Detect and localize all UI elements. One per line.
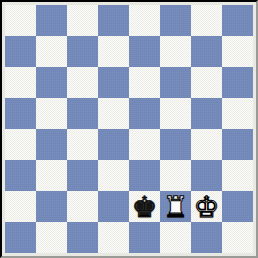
square-e8[interactable]: [129, 5, 160, 36]
square-e1[interactable]: [129, 222, 160, 253]
square-c1[interactable]: [67, 222, 98, 253]
square-d8[interactable]: [98, 5, 129, 36]
square-g7[interactable]: [191, 36, 222, 67]
square-d2[interactable]: [98, 191, 129, 222]
piece-white-king: ♚: [191, 192, 222, 223]
square-c4[interactable]: [67, 129, 98, 160]
square-a3[interactable]: [5, 160, 36, 191]
square-h4[interactable]: [222, 129, 253, 160]
square-g8[interactable]: [191, 5, 222, 36]
square-a1[interactable]: [5, 222, 36, 253]
square-c8[interactable]: [67, 5, 98, 36]
square-e7[interactable]: [129, 36, 160, 67]
square-a8[interactable]: [5, 5, 36, 36]
square-b2[interactable]: [36, 191, 67, 222]
square-d5[interactable]: [98, 98, 129, 129]
square-a7[interactable]: [5, 36, 36, 67]
square-g3[interactable]: [191, 160, 222, 191]
square-h3[interactable]: [222, 160, 253, 191]
square-d6[interactable]: [98, 67, 129, 98]
square-g4[interactable]: [191, 129, 222, 160]
piece-white-rook: ♜: [160, 192, 191, 223]
square-g2[interactable]: ♚: [191, 191, 222, 222]
square-h8[interactable]: [222, 5, 253, 36]
square-h1[interactable]: [222, 222, 253, 253]
square-e2[interactable]: ♚: [129, 191, 160, 222]
square-e3[interactable]: [129, 160, 160, 191]
square-c7[interactable]: [67, 36, 98, 67]
square-f1[interactable]: [160, 222, 191, 253]
square-b7[interactable]: [36, 36, 67, 67]
square-f4[interactable]: [160, 129, 191, 160]
square-h6[interactable]: [222, 67, 253, 98]
square-e6[interactable]: [129, 67, 160, 98]
square-f6[interactable]: [160, 67, 191, 98]
square-b8[interactable]: [36, 5, 67, 36]
square-f5[interactable]: [160, 98, 191, 129]
square-f7[interactable]: [160, 36, 191, 67]
square-e5[interactable]: [129, 98, 160, 129]
square-a6[interactable]: [5, 67, 36, 98]
square-b1[interactable]: [36, 222, 67, 253]
square-b3[interactable]: [36, 160, 67, 191]
square-d7[interactable]: [98, 36, 129, 67]
square-a2[interactable]: [5, 191, 36, 222]
square-c2[interactable]: [67, 191, 98, 222]
square-a5[interactable]: [5, 98, 36, 129]
square-c3[interactable]: [67, 160, 98, 191]
square-d3[interactable]: [98, 160, 129, 191]
square-c6[interactable]: [67, 67, 98, 98]
square-h2[interactable]: [222, 191, 253, 222]
square-f2[interactable]: ♜: [160, 191, 191, 222]
square-f3[interactable]: [160, 160, 191, 191]
square-b4[interactable]: [36, 129, 67, 160]
chess-board: ♚♜♚: [5, 5, 253, 253]
square-a4[interactable]: [5, 129, 36, 160]
square-h7[interactable]: [222, 36, 253, 67]
square-e4[interactable]: [129, 129, 160, 160]
piece-black-king: ♚: [129, 192, 160, 223]
square-b6[interactable]: [36, 67, 67, 98]
square-c5[interactable]: [67, 98, 98, 129]
square-g5[interactable]: [191, 98, 222, 129]
square-d1[interactable]: [98, 222, 129, 253]
square-b5[interactable]: [36, 98, 67, 129]
square-g1[interactable]: [191, 222, 222, 253]
square-f8[interactable]: [160, 5, 191, 36]
chess-board-frame: ♚♜♚: [0, 0, 258, 258]
square-d4[interactable]: [98, 129, 129, 160]
square-g6[interactable]: [191, 67, 222, 98]
square-h5[interactable]: [222, 98, 253, 129]
